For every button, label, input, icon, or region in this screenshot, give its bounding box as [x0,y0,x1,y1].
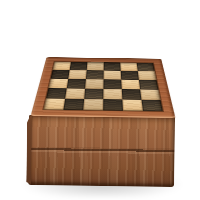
light-square [43,98,65,109]
dark-square [104,62,121,70]
box-lid [39,28,169,140]
light-square [104,71,122,80]
wooden-box [0,0,200,200]
light-square [120,63,138,71]
product-photo [0,0,200,200]
lid-frame [31,57,176,118]
light-square [103,89,122,100]
dark-square [137,63,155,71]
dark-square [103,79,121,89]
light-square [140,89,160,100]
dark-square [51,70,70,79]
dark-square [46,88,67,99]
dark-square [63,99,84,110]
light-square [85,79,103,89]
box-left-face [26,116,32,184]
light-square [65,88,85,99]
dark-square [67,79,86,89]
dark-square [139,80,159,90]
dark-square [86,70,104,79]
light-square [68,70,86,79]
light-square [87,62,104,70]
dark-square [103,99,123,110]
dark-square [141,100,162,111]
light-square [138,71,157,80]
dark-square [70,62,88,70]
light-square [83,99,103,110]
light-square [48,79,68,89]
checkerboard [43,62,162,112]
light-square [121,80,140,90]
dark-square [121,71,139,80]
dark-square [122,89,142,100]
light-square [53,62,71,70]
dark-square [84,89,103,100]
light-square [122,99,143,110]
